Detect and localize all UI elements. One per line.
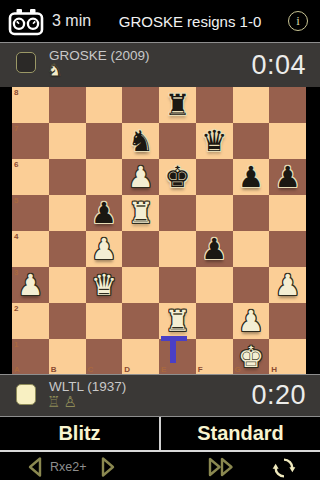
square-e7[interactable] <box>159 123 196 159</box>
white-pawn[interactable]: ♟ <box>233 303 270 339</box>
player-bar-bottom: WLTL (1937) ♖♙ 0:20 <box>0 374 320 416</box>
square-c8[interactable] <box>86 87 123 123</box>
square-b8[interactable] <box>49 87 86 123</box>
square-h6[interactable]: ♟ <box>269 159 306 195</box>
square-d7[interactable]: ♞ <box>122 123 159 159</box>
captured-tray-bottom: ♖♙ <box>47 392 80 411</box>
square-g3[interactable] <box>233 267 270 303</box>
black-knight[interactable]: ♞ <box>122 123 159 159</box>
square-a4[interactable]: 4 <box>12 231 49 267</box>
square-b3[interactable] <box>49 267 86 303</box>
square-f1[interactable]: F <box>196 339 233 375</box>
square-e4[interactable] <box>159 231 196 267</box>
square-g2[interactable]: ♟ <box>233 303 270 339</box>
square-g7[interactable] <box>233 123 270 159</box>
blitz-button[interactable]: Blitz <box>0 417 159 450</box>
captured-black-pawn-icon: ♙ <box>63 393 76 411</box>
square-g4[interactable] <box>233 231 270 267</box>
square-b1[interactable]: B <box>49 339 86 375</box>
square-a1[interactable]: 1A <box>12 339 49 375</box>
back-move-button[interactable] <box>26 455 44 479</box>
square-h5[interactable] <box>269 195 306 231</box>
black-pawn[interactable]: ♟ <box>269 159 306 195</box>
white-rook[interactable]: ♜ <box>159 303 196 339</box>
square-c6[interactable] <box>86 159 123 195</box>
rank-label-8: 8 <box>14 88 18 97</box>
black-king[interactable]: ♚ <box>159 159 196 195</box>
square-f8[interactable] <box>196 87 233 123</box>
square-e1[interactable]: E <box>159 339 196 375</box>
player-color-chip-black <box>16 52 36 73</box>
square-g5[interactable] <box>233 195 270 231</box>
square-b6[interactable] <box>49 159 86 195</box>
app-screen: 3 min GROSKE resigns 1-0 i GROSKE (2009)… <box>0 0 320 480</box>
white-rook[interactable]: ♜ <box>122 195 159 231</box>
square-a3[interactable]: 3♟ <box>12 267 49 303</box>
black-queen[interactable]: ♛ <box>196 123 233 159</box>
chess-board: 8♜7♞♛6♟♚♟♟5♟♜4♟♟3♟♛♟2♜♟1ABCDEFG♚H <box>12 87 306 375</box>
mode-bar: Blitz Standard <box>0 416 320 450</box>
square-c7[interactable] <box>86 123 123 159</box>
square-a5[interactable]: 5 <box>12 195 49 231</box>
square-g1[interactable]: G♚ <box>233 339 270 375</box>
top-bar: 3 min GROSKE resigns 1-0 i <box>0 0 320 42</box>
rank-label-5: 5 <box>14 196 18 205</box>
square-d5[interactable]: ♜ <box>122 195 159 231</box>
info-icon[interactable]: i <box>288 11 308 31</box>
square-b5[interactable] <box>49 195 86 231</box>
rank-label-2: 2 <box>14 304 18 313</box>
player-name-top: GROSKE (2009) <box>49 48 150 63</box>
square-h4[interactable] <box>269 231 306 267</box>
forward-move-button[interactable] <box>99 455 117 479</box>
square-f4[interactable]: ♟ <box>196 231 233 267</box>
file-label-C: C <box>88 365 94 374</box>
square-h7[interactable] <box>269 123 306 159</box>
file-label-D: D <box>124 365 130 374</box>
square-h3[interactable]: ♟ <box>269 267 306 303</box>
square-h2[interactable] <box>269 303 306 339</box>
black-rook[interactable]: ♜ <box>159 87 196 123</box>
square-a8[interactable]: 8 <box>12 87 49 123</box>
square-d4[interactable] <box>122 231 159 267</box>
captured-tray-top: ♞ <box>47 60 62 80</box>
file-label-G: G <box>235 365 241 374</box>
time-control-label: 3 min <box>52 12 91 30</box>
square-e8[interactable]: ♜ <box>159 87 196 123</box>
square-a2[interactable]: 2 <box>12 303 49 339</box>
square-c2[interactable] <box>86 303 123 339</box>
square-a7[interactable]: 7 <box>12 123 49 159</box>
square-f2[interactable] <box>196 303 233 339</box>
rank-label-4: 4 <box>14 232 18 241</box>
black-pawn[interactable]: ♟ <box>233 159 270 195</box>
square-b4[interactable] <box>49 231 86 267</box>
square-f6[interactable] <box>196 159 233 195</box>
file-label-H: H <box>271 365 277 374</box>
square-g8[interactable] <box>233 87 270 123</box>
last-move-label: Rxe2+ <box>50 460 86 474</box>
refresh-button[interactable] <box>270 455 298 480</box>
move-marker-stem <box>170 341 176 363</box>
clock-bottom: 0:20 <box>251 375 306 416</box>
square-b2[interactable] <box>49 303 86 339</box>
square-e6[interactable]: ♚ <box>159 159 196 195</box>
square-d3[interactable] <box>122 267 159 303</box>
rank-label-1: 1 <box>14 340 18 349</box>
white-queen[interactable]: ♛ <box>86 267 123 303</box>
game-status-title: GROSKE resigns 1-0 <box>110 13 270 30</box>
white-pawn[interactable]: ♟ <box>86 231 123 267</box>
chess-clock-icon <box>8 7 44 36</box>
black-pawn[interactable]: ♟ <box>196 231 233 267</box>
file-label-E: E <box>161 365 166 374</box>
clock-top: 0:04 <box>251 43 306 87</box>
square-e5[interactable] <box>159 195 196 231</box>
square-b7[interactable] <box>49 123 86 159</box>
square-c5[interactable]: ♟ <box>86 195 123 231</box>
toolbar: Rxe2+ <box>0 450 320 480</box>
square-d8[interactable] <box>122 87 159 123</box>
white-pawn[interactable]: ♟ <box>269 267 306 303</box>
square-e3[interactable] <box>159 267 196 303</box>
square-f5[interactable] <box>196 195 233 231</box>
square-c4[interactable]: ♟ <box>86 231 123 267</box>
white-pawn[interactable]: ♟ <box>122 159 159 195</box>
rank-label-3: 3 <box>14 268 18 277</box>
square-e2[interactable]: ♜ <box>159 303 196 339</box>
square-h8[interactable] <box>269 87 306 123</box>
square-c3[interactable]: ♛ <box>86 267 123 303</box>
square-d2[interactable] <box>122 303 159 339</box>
file-label-B: B <box>51 365 57 374</box>
captured-white-knight-icon: ♞ <box>47 60 62 80</box>
standard-button[interactable]: Standard <box>161 417 320 450</box>
file-label-A: A <box>14 365 20 374</box>
square-d6[interactable]: ♟ <box>122 159 159 195</box>
square-c1[interactable]: C <box>86 339 123 375</box>
square-g6[interactable]: ♟ <box>233 159 270 195</box>
square-a6[interactable]: 6 <box>12 159 49 195</box>
square-f3[interactable] <box>196 267 233 303</box>
rank-label-6: 6 <box>14 160 18 169</box>
player-bar-top: GROSKE (2009) ♞ 0:04 <box>0 42 320 87</box>
captured-black-rook-icon: ♖ <box>47 393 60 411</box>
rank-label-7: 7 <box>14 124 18 133</box>
file-label-F: F <box>198 365 203 374</box>
square-d1[interactable]: D <box>122 339 159 375</box>
square-f7[interactable]: ♛ <box>196 123 233 159</box>
player-color-chip-white <box>16 384 36 405</box>
black-pawn[interactable]: ♟ <box>86 195 123 231</box>
fast-forward-button[interactable] <box>206 455 238 479</box>
square-h1[interactable]: H <box>269 339 306 375</box>
